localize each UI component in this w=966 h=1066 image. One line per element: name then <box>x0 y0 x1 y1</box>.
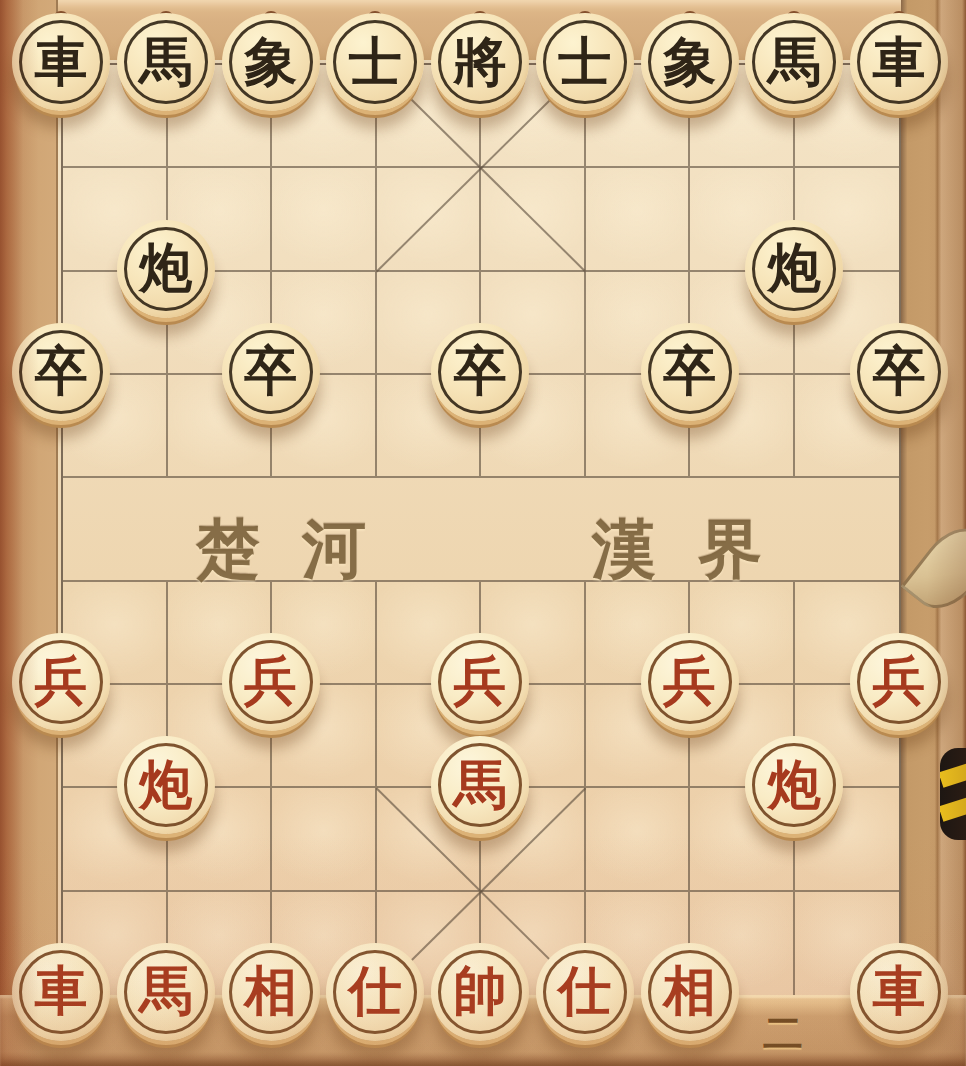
mascot-stripe <box>940 794 966 822</box>
piece-face: 車 <box>12 13 110 111</box>
piece-face: 將 <box>431 13 529 111</box>
piece-black-soldier[interactable]: 卒 <box>641 323 739 421</box>
piece-face: 炮 <box>745 736 843 834</box>
piece-red-soldier[interactable]: 兵 <box>222 633 320 731</box>
piece-character: 馬 <box>139 965 192 1018</box>
piece-character: 兵 <box>873 655 926 708</box>
piece-face: 兵 <box>222 633 320 731</box>
piece-character: 兵 <box>454 655 507 708</box>
piece-red-soldier[interactable]: 兵 <box>850 633 948 731</box>
piece-character: 炮 <box>768 758 821 811</box>
piece-face: 炮 <box>745 220 843 318</box>
piece-face: 卒 <box>12 323 110 421</box>
piece-character: 炮 <box>139 241 192 294</box>
piece-black-soldier[interactable]: 卒 <box>850 323 948 421</box>
board-cell <box>795 478 900 581</box>
xiangqi-board: 楚河 漢界 二 車馬象士將士象馬車炮炮卒卒卒卒卒兵兵兵兵兵炮馬炮車馬相仕帥仕相車 <box>0 0 966 1066</box>
piece-face: 兵 <box>641 633 739 731</box>
piece-face: 仕 <box>326 943 424 1041</box>
piece-red-cannon[interactable]: 炮 <box>117 736 215 834</box>
piece-character: 將 <box>454 35 507 88</box>
piece-character: 車 <box>35 35 88 88</box>
piece-face: 象 <box>222 13 320 111</box>
piece-red-elephant[interactable]: 相 <box>641 943 739 1041</box>
piece-black-cannon[interactable]: 炮 <box>117 220 215 318</box>
river-label-right: 漢界 <box>592 506 804 593</box>
piece-character: 兵 <box>35 655 88 708</box>
piece-black-advisor[interactable]: 士 <box>326 13 424 111</box>
piece-face: 卒 <box>431 323 529 421</box>
piece-face: 士 <box>536 13 634 111</box>
piece-face: 馬 <box>117 943 215 1041</box>
river-label-left: 楚河 <box>196 506 408 593</box>
piece-red-advisor[interactable]: 仕 <box>326 943 424 1041</box>
piece-character: 車 <box>35 965 88 1018</box>
piece-red-soldier[interactable]: 兵 <box>12 633 110 731</box>
piece-red-soldier[interactable]: 兵 <box>641 633 739 731</box>
piece-character: 車 <box>873 35 926 88</box>
piece-character: 馬 <box>139 35 192 88</box>
piece-character: 象 <box>663 35 716 88</box>
board-cell <box>272 168 377 271</box>
piece-character: 仕 <box>349 965 402 1018</box>
piece-character: 炮 <box>768 241 821 294</box>
piece-face: 馬 <box>745 13 843 111</box>
board-cell <box>481 478 586 581</box>
piece-face: 車 <box>850 943 948 1041</box>
mascot-cutoff <box>940 748 966 840</box>
piece-black-elephant[interactable]: 象 <box>222 13 320 111</box>
piece-character: 車 <box>873 965 926 1018</box>
piece-character: 士 <box>558 35 611 88</box>
piece-face: 兵 <box>431 633 529 731</box>
piece-face: 相 <box>641 943 739 1041</box>
piece-black-chariot[interactable]: 車 <box>850 13 948 111</box>
piece-character: 帥 <box>454 965 507 1018</box>
piece-face: 卒 <box>641 323 739 421</box>
piece-face: 炮 <box>117 736 215 834</box>
piece-face: 兵 <box>850 633 948 731</box>
piece-red-general[interactable]: 帥 <box>431 943 529 1041</box>
piece-black-soldier[interactable]: 卒 <box>222 323 320 421</box>
piece-black-horse[interactable]: 馬 <box>745 13 843 111</box>
piece-face: 相 <box>222 943 320 1041</box>
piece-black-elephant[interactable]: 象 <box>641 13 739 111</box>
piece-black-cannon[interactable]: 炮 <box>745 220 843 318</box>
piece-character: 卒 <box>873 345 926 398</box>
piece-red-advisor[interactable]: 仕 <box>536 943 634 1041</box>
mascot-stripe <box>940 760 966 788</box>
piece-black-advisor[interactable]: 士 <box>536 13 634 111</box>
piece-character: 士 <box>349 35 402 88</box>
piece-red-horse[interactable]: 馬 <box>431 736 529 834</box>
board-cell <box>586 788 691 891</box>
board-cell <box>586 168 691 271</box>
board-cell <box>377 168 482 271</box>
piece-red-cannon[interactable]: 炮 <box>745 736 843 834</box>
board-cell <box>272 788 377 891</box>
piece-face: 車 <box>12 943 110 1041</box>
piece-black-chariot[interactable]: 車 <box>12 13 110 111</box>
piece-black-soldier[interactable]: 卒 <box>12 323 110 421</box>
piece-face: 卒 <box>850 323 948 421</box>
piece-black-horse[interactable]: 馬 <box>117 13 215 111</box>
piece-face: 象 <box>641 13 739 111</box>
piece-character: 炮 <box>139 758 192 811</box>
piece-character: 卒 <box>244 345 297 398</box>
piece-face: 馬 <box>431 736 529 834</box>
board-cell <box>481 168 586 271</box>
piece-red-horse[interactable]: 馬 <box>117 943 215 1041</box>
piece-red-soldier[interactable]: 兵 <box>431 633 529 731</box>
piece-black-general[interactable]: 將 <box>431 13 529 111</box>
piece-face: 仕 <box>536 943 634 1041</box>
piece-character: 馬 <box>768 35 821 88</box>
piece-character: 兵 <box>663 655 716 708</box>
piece-character: 卒 <box>454 345 507 398</box>
piece-face: 帥 <box>431 943 529 1041</box>
board-cell <box>63 478 168 581</box>
piece-character: 兵 <box>244 655 297 708</box>
piece-character: 卒 <box>35 345 88 398</box>
piece-face: 馬 <box>117 13 215 111</box>
piece-face: 卒 <box>222 323 320 421</box>
piece-face: 車 <box>850 13 948 111</box>
piece-red-chariot[interactable]: 車 <box>850 943 948 1041</box>
piece-face: 炮 <box>117 220 215 318</box>
piece-face: 士 <box>326 13 424 111</box>
board-frame-left <box>0 0 58 1066</box>
piece-character: 相 <box>244 965 297 1018</box>
piece-red-chariot[interactable]: 車 <box>12 943 110 1041</box>
piece-character: 相 <box>663 965 716 1018</box>
piece-black-soldier[interactable]: 卒 <box>431 323 529 421</box>
piece-character: 仕 <box>558 965 611 1018</box>
piece-character: 卒 <box>663 345 716 398</box>
file-label-2: 二 <box>758 1006 808 1061</box>
piece-face: 兵 <box>12 633 110 731</box>
piece-red-elephant[interactable]: 相 <box>222 943 320 1041</box>
piece-character: 象 <box>244 35 297 88</box>
piece-character: 馬 <box>454 758 507 811</box>
